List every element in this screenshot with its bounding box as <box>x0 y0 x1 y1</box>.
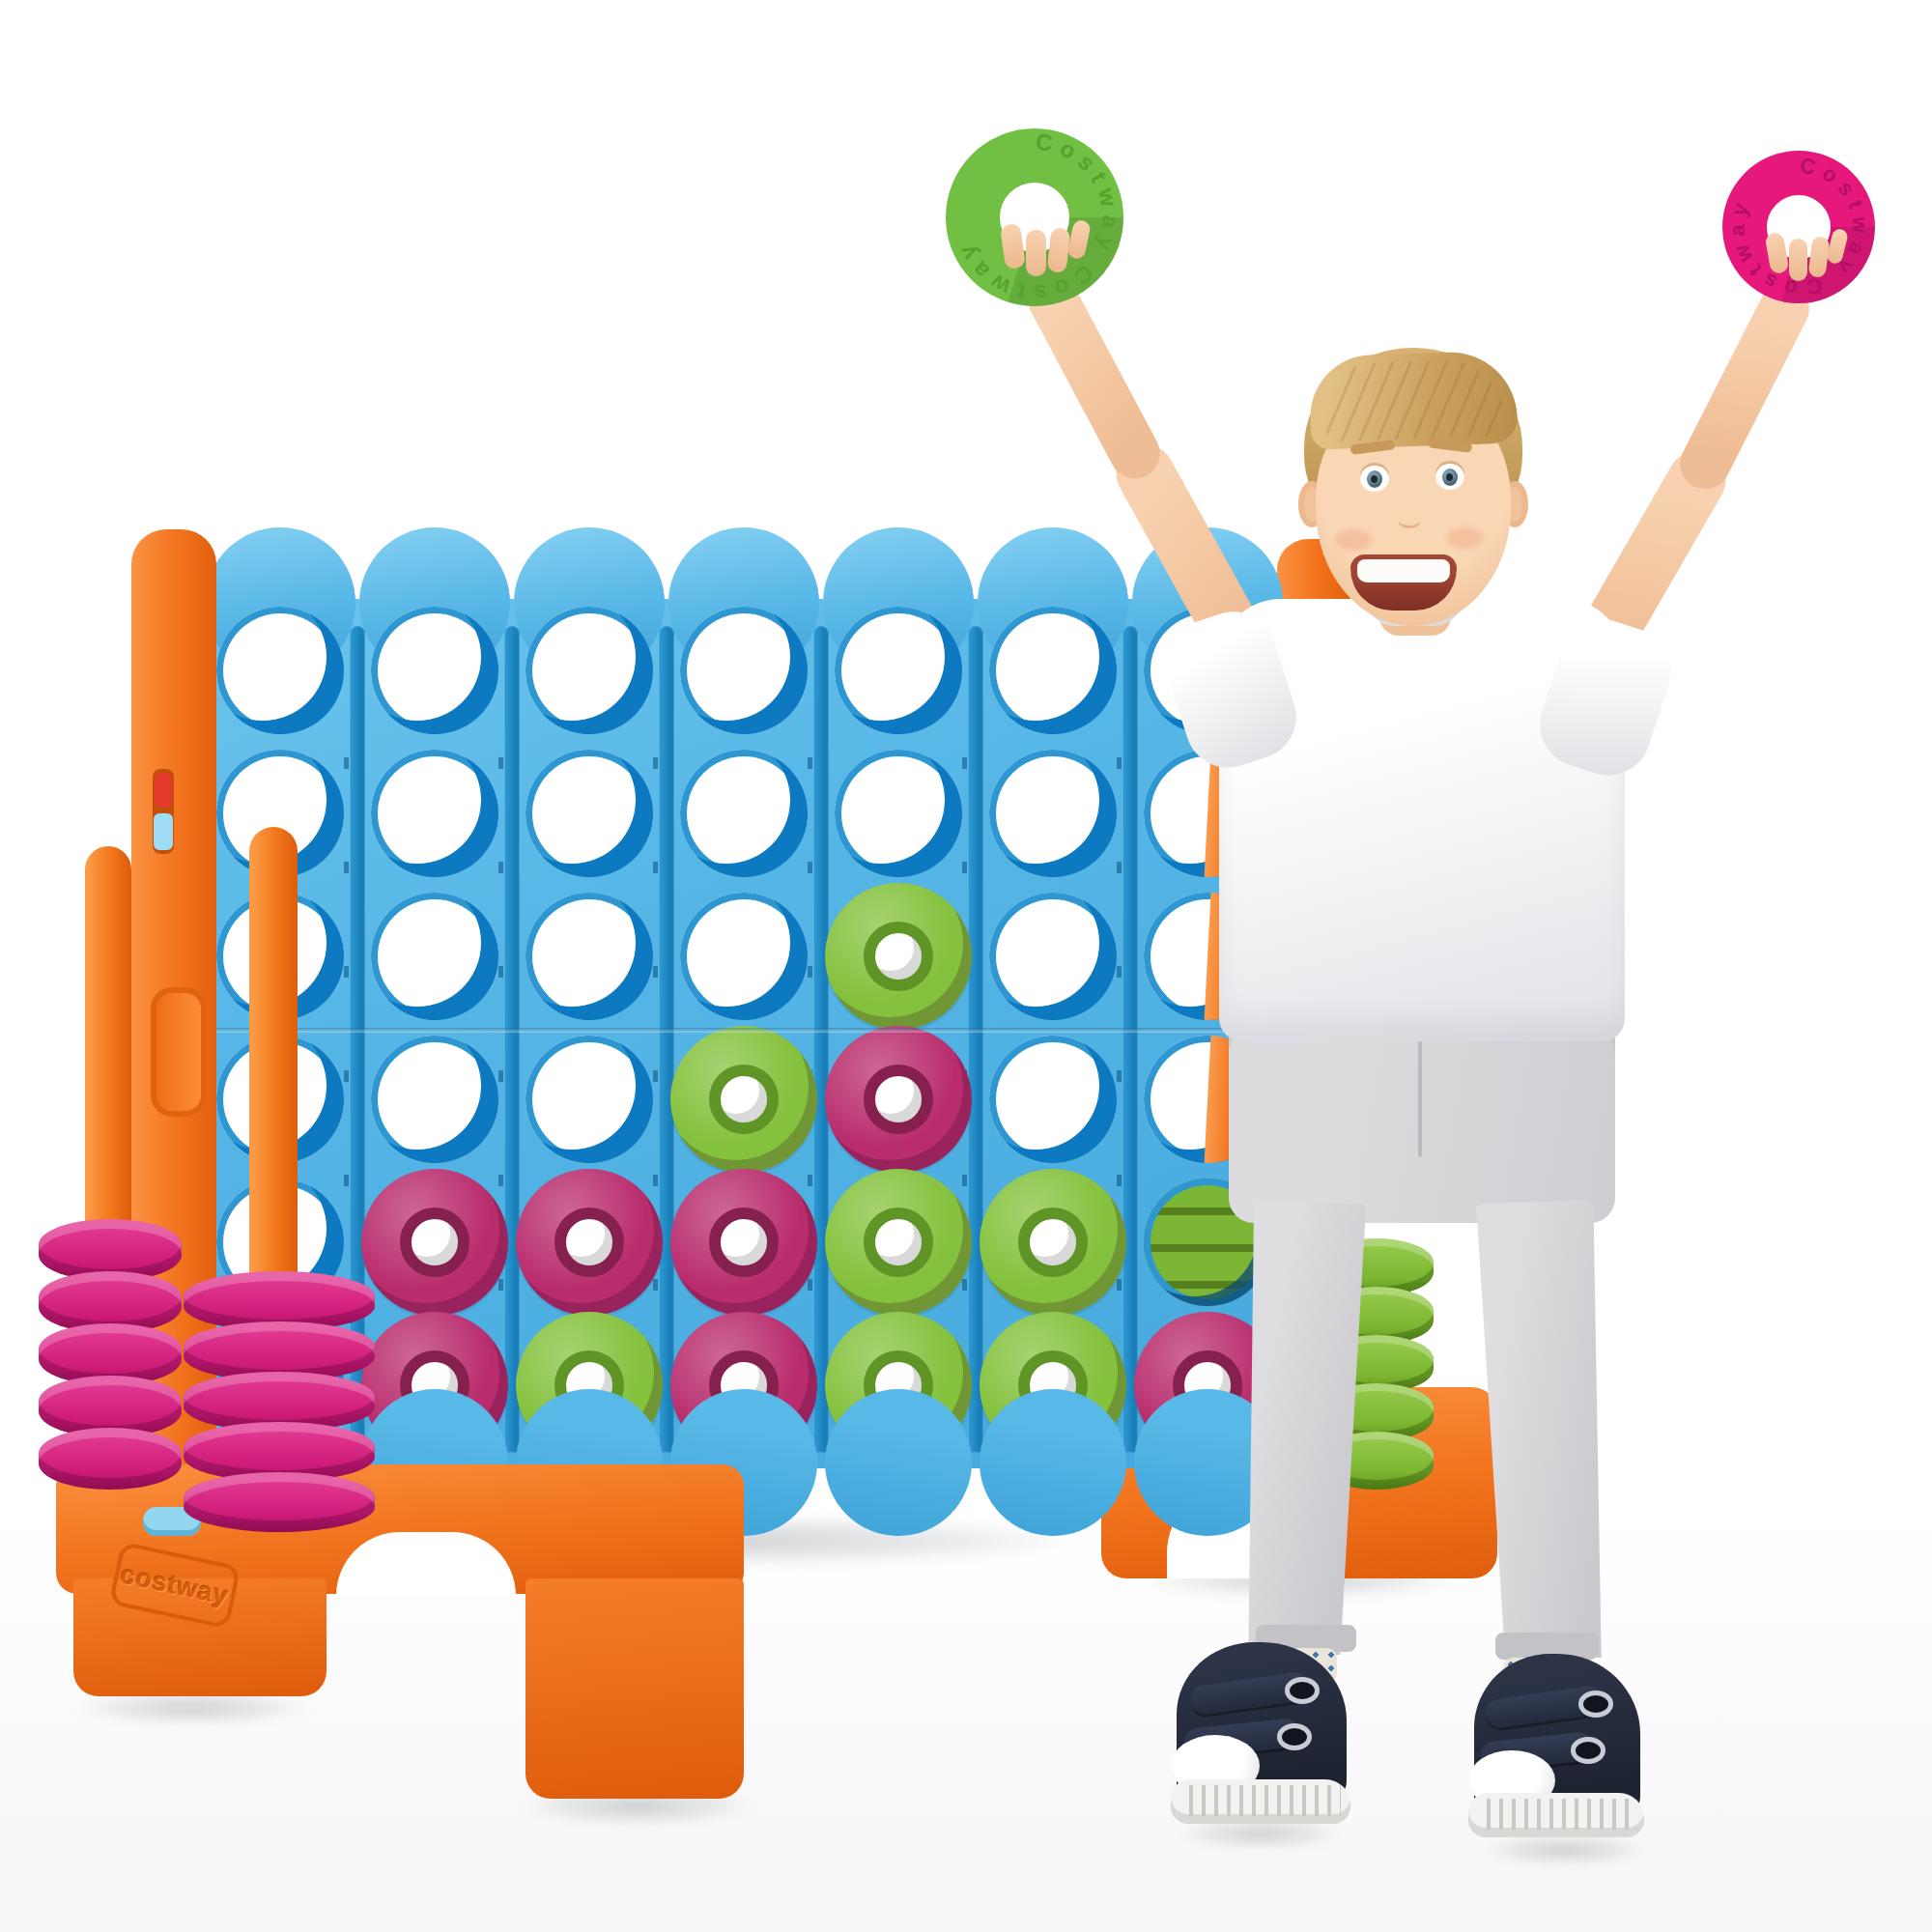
held-disc-pink: Costway Costway <box>1721 150 1876 304</box>
empty-hole <box>989 1036 1117 1163</box>
board-cell-r4c3[interactable] <box>512 1028 667 1171</box>
left-tray-pink-stack-outer <box>39 1229 182 1490</box>
board-cell-r3c6[interactable] <box>976 885 1130 1028</box>
empty-hole <box>526 893 653 1020</box>
disc-magenta <box>516 1169 663 1316</box>
left-shoe-eyelet-top <box>1285 1677 1320 1704</box>
empty-hole <box>680 750 808 877</box>
right-cheek-blush <box>1447 527 1484 549</box>
board-cell-r1c2[interactable] <box>357 599 512 742</box>
empty-hole <box>526 1036 653 1163</box>
board-cell-r4c2[interactable] <box>357 1028 512 1171</box>
board-cell-r1c6[interactable] <box>976 599 1130 742</box>
blue-latch-chip <box>154 813 173 850</box>
left-forearm <box>1671 275 1818 497</box>
left-tray-pole-outer <box>85 846 131 1252</box>
board-cell-r5c4[interactable] <box>667 1171 821 1314</box>
disc-green <box>825 883 972 1030</box>
board-cell-r3c2[interactable] <box>357 885 512 1028</box>
empty-hole <box>371 750 498 877</box>
empty-hole <box>989 893 1117 1020</box>
board-cell-r4c5[interactable] <box>821 1028 976 1171</box>
board-cell-r5c6[interactable] <box>976 1171 1130 1314</box>
board-cell-r2c5[interactable] <box>821 742 976 885</box>
empty-hole <box>526 607 653 734</box>
right-shoe-sole <box>1468 1793 1644 1837</box>
right-shoe-eyelet-top <box>1578 1690 1613 1718</box>
left-base-foot-right <box>526 1578 744 1799</box>
board-cell-r1c4[interactable] <box>667 599 821 742</box>
board-cell-r5c2[interactable] <box>357 1171 512 1314</box>
costway-logo-text: costway <box>118 1559 232 1611</box>
left-post-latch-slot <box>153 769 174 854</box>
left-post-handle-groove <box>151 987 207 1117</box>
jeans-hip <box>1229 1016 1615 1223</box>
disc-magenta <box>670 1169 817 1316</box>
board-cell-r2c2[interactable] <box>357 742 512 885</box>
left-cheek-blush <box>1335 529 1372 551</box>
disc-green <box>825 1169 972 1316</box>
disc-magenta <box>825 1026 972 1173</box>
board-cell-r3c3[interactable] <box>512 885 667 1028</box>
board-cell-r2c3[interactable] <box>512 742 667 885</box>
empty-hole <box>526 750 653 877</box>
left-eye <box>1360 466 1389 492</box>
board-cell-r5c5[interactable] <box>821 1171 976 1314</box>
tray-disc-pink <box>184 1472 375 1532</box>
red-latch-chip <box>155 773 172 808</box>
disc-green <box>670 1026 817 1173</box>
left-tray-pink-stack-inner <box>184 1281 375 1532</box>
teeth <box>1357 559 1450 582</box>
left-tray-pole-inner <box>249 827 298 1302</box>
empty-hole <box>989 750 1117 877</box>
board-cell-r1c3[interactable] <box>512 599 667 742</box>
board-cell-r4c6[interactable] <box>976 1028 1130 1171</box>
empty-hole <box>680 607 808 734</box>
empty-hole <box>680 893 808 1020</box>
board-center-seam <box>205 1028 1283 1033</box>
left-shoe-eyelet-bottom <box>1277 1723 1312 1750</box>
left-shoe-sole <box>1171 1779 1350 1824</box>
empty-hole <box>835 607 962 734</box>
board-cell-r4c4[interactable] <box>667 1028 821 1171</box>
empty-hole <box>989 607 1117 734</box>
nose <box>1397 510 1422 526</box>
empty-hole <box>835 750 962 877</box>
board-cell-r2c6[interactable] <box>976 742 1130 885</box>
held-disc-green: Costway Costway <box>943 126 1126 309</box>
board-cell-r3c5[interactable] <box>821 885 976 1028</box>
board-cell-r3c4[interactable] <box>667 885 821 1028</box>
board-cell-r1c1[interactable] <box>203 599 357 742</box>
empty-hole <box>371 893 498 1020</box>
empty-hole <box>371 1036 498 1163</box>
disc-green <box>980 1169 1126 1316</box>
tray-disc-pink <box>39 1428 182 1490</box>
product-photo-giant-connect-four: costway <box>0 0 1932 1932</box>
right-eye <box>1435 464 1464 490</box>
empty-hole <box>371 607 498 734</box>
board-cell-r1c5[interactable] <box>821 599 976 742</box>
hair-fringe <box>1308 350 1518 449</box>
board-cell-r5c3[interactable] <box>512 1171 667 1314</box>
empty-hole <box>216 607 344 734</box>
disc-magenta <box>361 1169 508 1316</box>
board-cell-r2c4[interactable] <box>667 742 821 885</box>
right-shoe-eyelet-bottom <box>1571 1737 1605 1764</box>
